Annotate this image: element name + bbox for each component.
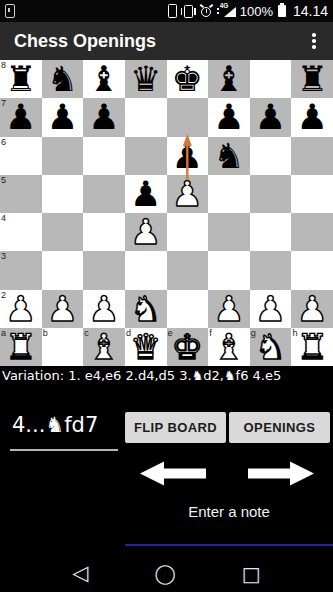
white-rook: ♜ (296, 328, 327, 366)
black-rook: ♜ (5, 60, 36, 98)
white-bishop: ♝ (213, 328, 244, 366)
battery-percent-label: 100% (240, 4, 273, 19)
board-square-c2[interactable]: ♟ (83, 290, 125, 328)
square-coordinate-label: 6 (1, 137, 6, 147)
square-coordinate-label: d (126, 328, 131, 338)
board-square-c8[interactable]: ♝ (83, 60, 125, 98)
black-pawn: ♟ (255, 98, 286, 136)
board-square-b1[interactable]: b (42, 328, 84, 366)
board-square-b8[interactable]: ♞ (42, 60, 84, 98)
board-square-d8[interactable]: ♛ (125, 60, 167, 98)
black-pawn: ♟ (172, 137, 203, 175)
android-nav-bar: ◁ ◯ □ (0, 555, 333, 592)
board-square-h7[interactable]: ♟ (291, 98, 333, 136)
board-square-a7[interactable]: 7♟ (0, 98, 42, 136)
white-bishop: ♝ (88, 328, 119, 366)
square-coordinate-label: f (209, 328, 212, 338)
white-knight: ♞ (255, 328, 286, 366)
board-square-g8[interactable] (250, 60, 292, 98)
square-coordinate-label: 5 (1, 175, 6, 185)
vibrate-icon (184, 5, 193, 18)
home-button-icon[interactable]: ◯ (154, 564, 175, 583)
board-square-h8[interactable]: ♜ (291, 60, 333, 98)
white-pawn: ♟ (255, 290, 286, 328)
white-pawn: ♟ (130, 213, 161, 251)
black-bishop: ♝ (213, 60, 244, 98)
square-coordinate-label: b (43, 328, 48, 338)
square-coordinate-label: c (84, 328, 89, 338)
black-knight: ♞ (213, 137, 244, 175)
board-square-f5[interactable] (208, 175, 250, 213)
note-input-underline (125, 544, 333, 546)
black-bishop: ♝ (88, 60, 119, 98)
board-square-d2[interactable]: ♞ (125, 290, 167, 328)
board-square-f2[interactable]: ♟ (208, 290, 250, 328)
black-rook: ♜ (296, 60, 327, 98)
black-pawn: ♟ (130, 175, 161, 213)
board-square-f4[interactable] (208, 213, 250, 251)
board-square-e7[interactable] (167, 98, 209, 136)
back-button-icon[interactable]: ◁ (72, 563, 88, 584)
board-square-d3[interactable] (125, 251, 167, 289)
square-coordinate-label: g (251, 328, 256, 338)
square-coordinate-label: h (292, 328, 297, 338)
black-knight: ♞ (47, 60, 78, 98)
board-square-f3[interactable] (208, 251, 250, 289)
white-pawn: ♟ (88, 290, 119, 328)
board-square-b4[interactable] (42, 213, 84, 251)
square-coordinate-label: e (168, 328, 173, 338)
board-square-b5[interactable] (42, 175, 84, 213)
board-square-f7[interactable]: ♟ (208, 98, 250, 136)
move-input-underline (10, 449, 118, 451)
status-bar: 4G 100% 14.14 (0, 0, 333, 22)
clock-label: 14.14 (293, 3, 328, 19)
board-square-h1[interactable]: h♜ (291, 328, 333, 366)
board-square-a3[interactable]: 3 (0, 251, 42, 289)
white-pawn: ♟ (213, 290, 244, 328)
board-square-a1[interactable]: a♜ (0, 328, 42, 366)
openings-button[interactable]: OPENINGS (229, 412, 330, 443)
alarm-clock-icon (200, 5, 213, 18)
board-square-d5[interactable]: ♟ (125, 175, 167, 213)
battery-icon (278, 5, 286, 17)
board-square-g1[interactable]: g♞ (250, 328, 292, 366)
board-square-a5[interactable]: 5 (0, 175, 42, 213)
board-square-h4[interactable] (291, 213, 333, 251)
app-window: 4G 100% 14.14 Chess Openings 8♜♞♝♛♚♝♜7♟♟… (0, 0, 333, 592)
cell-signal-icon: 4G (221, 4, 236, 18)
board-square-a8[interactable]: 8♜ (0, 60, 42, 98)
board-square-c7[interactable]: ♟ (83, 98, 125, 136)
square-coordinate-label: a (1, 328, 6, 338)
white-king: ♚ (172, 328, 203, 366)
black-pawn: ♟ (296, 98, 327, 136)
white-pawn: ♟ (172, 175, 203, 213)
board-square-c5[interactable] (83, 175, 125, 213)
board-square-g7[interactable]: ♟ (250, 98, 292, 136)
move-input[interactable]: 4...♞fd7 (12, 413, 98, 437)
board-square-c6[interactable] (83, 137, 125, 175)
board-square-c4[interactable] (83, 213, 125, 251)
board-square-b6[interactable] (42, 137, 84, 175)
note-input[interactable]: Enter a note (125, 503, 333, 520)
board-square-g6[interactable] (250, 137, 292, 175)
black-queen: ♛ (130, 60, 161, 98)
board-square-e4[interactable] (167, 213, 209, 251)
recents-button-icon[interactable]: □ (242, 564, 261, 584)
board-square-c3[interactable] (83, 251, 125, 289)
board-square-g5[interactable] (250, 175, 292, 213)
white-rook: ♜ (5, 328, 36, 366)
board-square-b3[interactable] (42, 251, 84, 289)
white-queen: ♛ (130, 328, 161, 366)
board-square-e5[interactable]: ♟ (167, 175, 209, 213)
board-square-h3[interactable] (291, 251, 333, 289)
next-move-arrow-button[interactable] (247, 460, 315, 487)
phone-icon (168, 4, 177, 18)
board-square-f6[interactable]: ♞ (208, 137, 250, 175)
square-coordinate-label: 8 (1, 60, 6, 70)
variation-text: Variation: 1. e4,e6 2.d4,d5 3.♞d2,♞f6 4.… (0, 368, 333, 383)
board-square-a4[interactable]: 4 (0, 213, 42, 251)
board-square-h6[interactable] (291, 137, 333, 175)
board-square-g3[interactable] (250, 251, 292, 289)
board-square-e3[interactable] (167, 251, 209, 289)
board-square-c1[interactable]: c♝ (83, 328, 125, 366)
app-bar: Chess Openings (0, 22, 333, 60)
black-pawn: ♟ (47, 98, 78, 136)
signal-triangle-icon (224, 7, 236, 17)
board-square-e6[interactable]: ♟ (167, 137, 209, 175)
black-king: ♚ (172, 60, 203, 98)
board-square-g2[interactable]: ♟ (250, 290, 292, 328)
board-square-e1[interactable]: e♚ (167, 328, 209, 366)
board-square-e8[interactable]: ♚ (167, 60, 209, 98)
black-pawn: ♟ (213, 98, 244, 136)
board-square-d1[interactable]: d♛ (125, 328, 167, 366)
data-activity-icon (217, 8, 219, 14)
board-square-e2[interactable] (167, 290, 209, 328)
flip-board-button[interactable]: FLIP BOARD (125, 412, 226, 443)
board-square-d6[interactable] (125, 137, 167, 175)
board-square-a6[interactable]: 6 (0, 137, 42, 175)
square-coordinate-label: 2 (1, 290, 6, 300)
white-pawn: ♟ (5, 290, 36, 328)
white-knight: ♞ (130, 290, 161, 328)
board-square-b7[interactable]: ♟ (42, 98, 84, 136)
notification-icon (5, 4, 15, 18)
white-pawn: ♟ (296, 290, 327, 328)
board-square-d4[interactable]: ♟ (125, 213, 167, 251)
page-title: Chess Openings (0, 31, 156, 52)
board-square-g4[interactable] (250, 213, 292, 251)
chess-board[interactable]: 8♜♞♝♛♚♝♜7♟♟♟♟♟♟6♟♞5♟♟4♟32♟♟♟♞♟♟♟a♜bc♝d♛e… (0, 60, 333, 366)
square-coordinate-label: 3 (1, 251, 6, 261)
white-pawn: ♟ (47, 290, 78, 328)
board-square-f8[interactable]: ♝ (208, 60, 250, 98)
black-pawn: ♟ (5, 98, 36, 136)
previous-move-arrow-button[interactable] (139, 460, 207, 487)
board-square-b2[interactable]: ♟ (42, 290, 84, 328)
black-pawn: ♟ (88, 98, 119, 136)
board-square-h5[interactable] (291, 175, 333, 213)
board-square-h2[interactable]: ♟ (291, 290, 333, 328)
square-coordinate-label: 4 (1, 213, 6, 223)
board-square-f1[interactable]: f♝ (208, 328, 250, 366)
board-square-a2[interactable]: 2♟ (0, 290, 42, 328)
overflow-menu-icon[interactable] (301, 22, 327, 60)
board-square-d7[interactable] (125, 98, 167, 136)
square-coordinate-label: 7 (1, 98, 6, 108)
